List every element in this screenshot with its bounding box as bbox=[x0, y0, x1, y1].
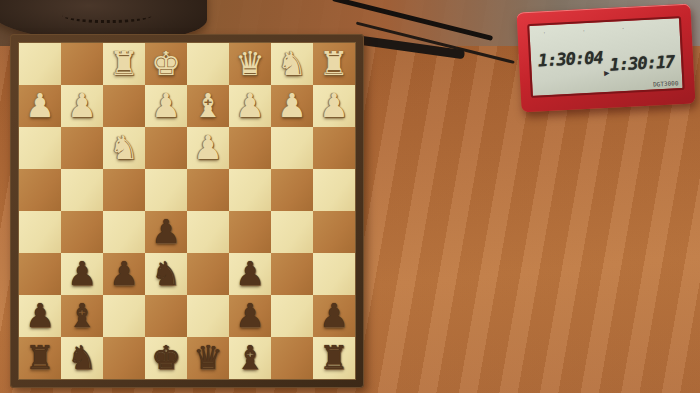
square-g2[interactable]: ♟ bbox=[61, 85, 103, 127]
black-pawn[interactable]: ♟ bbox=[235, 295, 265, 337]
white-pawn[interactable]: ♟ bbox=[235, 85, 265, 127]
table-surface: ♜♚♛♞♜♟♟♟♝♟♟♟♞♟♟♟♟♞♟♟♝♟♟♜♞♚♛♝♜ . . . 1:30… bbox=[0, 0, 700, 393]
square-c7[interactable]: ♟ bbox=[229, 295, 271, 337]
square-b6[interactable] bbox=[271, 253, 313, 295]
square-e7[interactable] bbox=[145, 295, 187, 337]
square-c3[interactable] bbox=[229, 127, 271, 169]
white-pawn[interactable]: ♟ bbox=[193, 127, 223, 169]
white-pawn[interactable]: ♟ bbox=[277, 85, 307, 127]
square-a8[interactable]: ♜ bbox=[313, 337, 355, 379]
square-d2[interactable]: ♝ bbox=[187, 85, 229, 127]
board-frame: ♜♚♛♞♜♟♟♟♝♟♟♟♞♟♟♟♟♞♟♟♝♟♟♜♞♚♛♝♜ bbox=[10, 34, 364, 388]
bag-stitching bbox=[62, 8, 152, 23]
white-rook[interactable]: ♜ bbox=[319, 43, 349, 85]
clock-brand-label: DGT3000 bbox=[653, 79, 679, 87]
square-b8[interactable] bbox=[271, 337, 313, 379]
square-h1[interactable] bbox=[19, 43, 61, 85]
square-g1[interactable] bbox=[61, 43, 103, 85]
black-pawn[interactable]: ♟ bbox=[319, 295, 349, 337]
square-h7[interactable]: ♟ bbox=[19, 295, 61, 337]
square-a7[interactable]: ♟ bbox=[313, 295, 355, 337]
square-b1[interactable]: ♞ bbox=[271, 43, 313, 85]
square-f3[interactable]: ♞ bbox=[103, 127, 145, 169]
square-h2[interactable]: ♟ bbox=[19, 85, 61, 127]
square-f8[interactable] bbox=[103, 337, 145, 379]
square-g6[interactable]: ♟ bbox=[61, 253, 103, 295]
square-a5[interactable] bbox=[313, 211, 355, 253]
square-e5[interactable]: ♟ bbox=[145, 211, 187, 253]
white-king[interactable]: ♚ bbox=[151, 43, 181, 85]
clock-lcd: . . . 1:30:04 1:30:17 ► DGT3000 bbox=[527, 16, 685, 98]
square-g5[interactable] bbox=[61, 211, 103, 253]
square-b4[interactable] bbox=[271, 169, 313, 211]
black-knight[interactable]: ♞ bbox=[151, 253, 181, 295]
square-e1[interactable]: ♚ bbox=[145, 43, 187, 85]
black-pawn[interactable]: ♟ bbox=[151, 211, 181, 253]
square-d7[interactable] bbox=[187, 295, 229, 337]
dgt-chess-clock: . . . 1:30:04 1:30:17 ► DGT3000 bbox=[517, 4, 696, 113]
square-f1[interactable]: ♜ bbox=[103, 43, 145, 85]
black-bishop[interactable]: ♝ bbox=[235, 337, 265, 379]
board: ♜♚♛♞♜♟♟♟♝♟♟♟♞♟♟♟♟♞♟♟♝♟♟♜♞♚♛♝♜ bbox=[19, 43, 355, 379]
square-e6[interactable]: ♞ bbox=[145, 253, 187, 295]
square-e2[interactable]: ♟ bbox=[145, 85, 187, 127]
black-pawn[interactable]: ♟ bbox=[109, 253, 139, 295]
square-f2[interactable] bbox=[103, 85, 145, 127]
square-g4[interactable] bbox=[61, 169, 103, 211]
white-knight[interactable]: ♞ bbox=[277, 43, 307, 85]
white-time: 1:30:04 bbox=[538, 47, 604, 70]
black-pawn[interactable]: ♟ bbox=[235, 253, 265, 295]
black-bishop[interactable]: ♝ bbox=[67, 295, 97, 337]
square-d1[interactable] bbox=[187, 43, 229, 85]
square-g7[interactable]: ♝ bbox=[61, 295, 103, 337]
square-f4[interactable] bbox=[103, 169, 145, 211]
square-d3[interactable]: ♟ bbox=[187, 127, 229, 169]
white-pawn[interactable]: ♟ bbox=[25, 85, 55, 127]
turn-indicator-icon: ► bbox=[602, 68, 611, 78]
white-queen[interactable]: ♛ bbox=[235, 43, 265, 85]
white-rook[interactable]: ♜ bbox=[109, 43, 139, 85]
black-rook[interactable]: ♜ bbox=[319, 337, 349, 379]
square-c4[interactable] bbox=[229, 169, 271, 211]
square-f7[interactable] bbox=[103, 295, 145, 337]
square-f5[interactable] bbox=[103, 211, 145, 253]
black-knight[interactable]: ♞ bbox=[67, 337, 97, 379]
square-c1[interactable]: ♛ bbox=[229, 43, 271, 85]
black-queen[interactable]: ♛ bbox=[193, 337, 223, 379]
square-c6[interactable]: ♟ bbox=[229, 253, 271, 295]
black-pawn[interactable]: ♟ bbox=[67, 253, 97, 295]
black-time: 1:30:17 bbox=[609, 51, 675, 74]
square-d5[interactable] bbox=[187, 211, 229, 253]
white-bishop[interactable]: ♝ bbox=[193, 85, 223, 127]
square-a1[interactable]: ♜ bbox=[313, 43, 355, 85]
black-king[interactable]: ♚ bbox=[151, 337, 181, 379]
black-rook[interactable]: ♜ bbox=[25, 337, 55, 379]
square-b2[interactable]: ♟ bbox=[271, 85, 313, 127]
square-g8[interactable]: ♞ bbox=[61, 337, 103, 379]
white-pawn[interactable]: ♟ bbox=[67, 85, 97, 127]
square-c2[interactable]: ♟ bbox=[229, 85, 271, 127]
square-c5[interactable] bbox=[229, 211, 271, 253]
white-pawn[interactable]: ♟ bbox=[151, 85, 181, 127]
square-b3[interactable] bbox=[271, 127, 313, 169]
white-knight[interactable]: ♞ bbox=[109, 127, 139, 169]
square-h4[interactable] bbox=[19, 169, 61, 211]
square-b7[interactable] bbox=[271, 295, 313, 337]
square-a2[interactable]: ♟ bbox=[313, 85, 355, 127]
square-a4[interactable] bbox=[313, 169, 355, 211]
square-a3[interactable] bbox=[313, 127, 355, 169]
square-h5[interactable] bbox=[19, 211, 61, 253]
white-pawn[interactable]: ♟ bbox=[319, 85, 349, 127]
square-h6[interactable] bbox=[19, 253, 61, 295]
square-a6[interactable] bbox=[313, 253, 355, 295]
square-d4[interactable] bbox=[187, 169, 229, 211]
square-e3[interactable] bbox=[145, 127, 187, 169]
square-g3[interactable] bbox=[61, 127, 103, 169]
square-d6[interactable] bbox=[187, 253, 229, 295]
square-f6[interactable]: ♟ bbox=[103, 253, 145, 295]
square-e4[interactable] bbox=[145, 169, 187, 211]
square-c8[interactable]: ♝ bbox=[229, 337, 271, 379]
black-pawn[interactable]: ♟ bbox=[25, 295, 55, 337]
square-h8[interactable]: ♜ bbox=[19, 337, 61, 379]
square-b5[interactable] bbox=[271, 211, 313, 253]
square-h3[interactable] bbox=[19, 127, 61, 169]
square-d8[interactable]: ♛ bbox=[187, 337, 229, 379]
square-e8[interactable]: ♚ bbox=[145, 337, 187, 379]
